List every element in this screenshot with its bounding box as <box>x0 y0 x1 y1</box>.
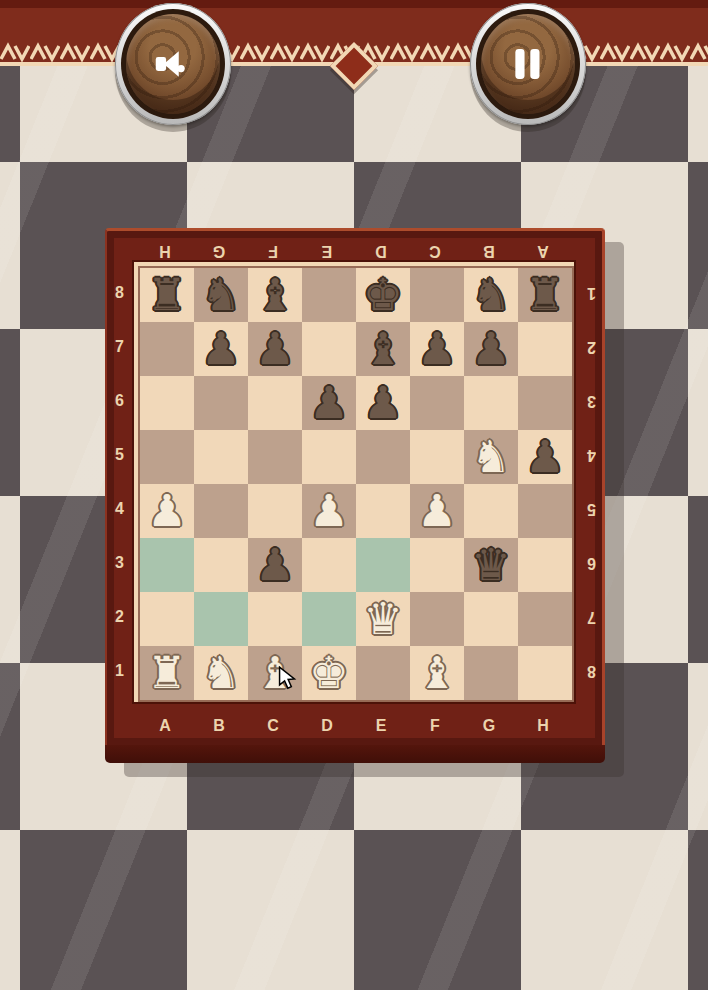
piece-black-pawn[interactable]: ♟ <box>518 430 572 484</box>
square-b6[interactable] <box>194 376 248 430</box>
piece-white-bishop[interactable]: ♝ <box>248 646 302 700</box>
square-f6[interactable] <box>410 376 464 430</box>
rank-label-right-6: 6 <box>578 536 605 590</box>
board-bottom-edge <box>105 745 605 763</box>
game-background: HGFEDCBA 87654321 12345678 ABCDEFGH ♜♞♝♚… <box>0 0 708 990</box>
file-label-bottom-G: G <box>462 717 516 735</box>
square-d2[interactable] <box>302 592 356 646</box>
piece-black-rook[interactable]: ♜ <box>140 268 194 322</box>
board-frame: HGFEDCBA 87654321 12345678 ABCDEFGH ♜♞♝♚… <box>105 228 605 745</box>
rank-label-right-4: 4 <box>578 428 605 482</box>
piece-black-pawn[interactable]: ♟ <box>356 376 410 430</box>
square-e2[interactable]: ♛ <box>356 592 410 646</box>
square-a8[interactable]: ♜ <box>140 268 194 322</box>
square-a6[interactable] <box>140 376 194 430</box>
rank-label-left-4: 4 <box>107 482 132 536</box>
piece-white-pawn[interactable]: ♟ <box>410 484 464 538</box>
square-d1[interactable]: ♚ <box>302 646 356 700</box>
square-b2[interactable] <box>194 592 248 646</box>
rank-label-left-2: 2 <box>107 590 132 644</box>
square-h6[interactable] <box>518 376 572 430</box>
speaker-icon <box>150 41 196 87</box>
piece-black-pawn[interactable]: ♟ <box>248 322 302 376</box>
rank-label-left-8: 8 <box>107 266 132 320</box>
piece-black-queen[interactable]: ♛ <box>464 538 518 592</box>
file-label-top-D: D <box>354 236 408 260</box>
square-b3[interactable] <box>194 538 248 592</box>
square-d4[interactable]: ♟ <box>302 484 356 538</box>
piece-black-king[interactable]: ♚ <box>356 268 410 322</box>
rank-label-right-3: 3 <box>578 374 605 428</box>
file-label-bottom-H: H <box>516 717 570 735</box>
square-d3[interactable] <box>302 538 356 592</box>
board-grid: ♜♞♝♚♞♜♟♟♝♟♟♟♟♞♟♟♟♟♟♛♛♜♞♝♚♝ <box>140 268 572 700</box>
piece-white-king[interactable]: ♚ <box>302 646 356 700</box>
file-label-top-G: G <box>192 236 246 260</box>
rank-label-left-3: 3 <box>107 536 132 590</box>
file-label-bottom-D: D <box>300 717 354 735</box>
square-c8[interactable]: ♝ <box>248 268 302 322</box>
square-e5[interactable] <box>356 430 410 484</box>
square-e4[interactable] <box>356 484 410 538</box>
square-g3[interactable]: ♛ <box>464 538 518 592</box>
file-label-bottom-E: E <box>354 717 408 735</box>
rank-labels-left: 87654321 <box>107 266 132 698</box>
square-f2[interactable] <box>410 592 464 646</box>
square-g5[interactable]: ♞ <box>464 430 518 484</box>
square-h5[interactable]: ♟ <box>518 430 572 484</box>
file-label-top-C: C <box>408 236 462 260</box>
square-g2[interactable] <box>464 592 518 646</box>
file-label-bottom-A: A <box>138 717 192 735</box>
file-label-top-F: F <box>246 236 300 260</box>
square-c4[interactable] <box>248 484 302 538</box>
square-f5[interactable] <box>410 430 464 484</box>
piece-black-knight[interactable]: ♞ <box>194 268 248 322</box>
square-a1[interactable]: ♜ <box>140 646 194 700</box>
square-g6[interactable] <box>464 376 518 430</box>
piece-white-pawn[interactable]: ♟ <box>140 484 194 538</box>
square-e3[interactable] <box>356 538 410 592</box>
square-e8[interactable]: ♚ <box>356 268 410 322</box>
rank-label-right-8: 8 <box>578 644 605 698</box>
square-d6[interactable]: ♟ <box>302 376 356 430</box>
file-label-top-A: A <box>516 236 570 260</box>
square-h4[interactable] <box>518 484 572 538</box>
piece-black-pawn[interactable]: ♟ <box>248 538 302 592</box>
square-c6[interactable] <box>248 376 302 430</box>
piece-black-bishop[interactable]: ♝ <box>356 322 410 376</box>
square-c1[interactable]: ♝ <box>248 646 302 700</box>
square-d8[interactable] <box>302 268 356 322</box>
square-d7[interactable] <box>302 322 356 376</box>
piece-white-knight[interactable]: ♞ <box>194 646 248 700</box>
square-a3[interactable] <box>140 538 194 592</box>
piece-white-rook[interactable]: ♜ <box>140 646 194 700</box>
file-labels-top: HGFEDCBA <box>138 236 570 260</box>
piece-black-pawn[interactable]: ♟ <box>464 322 518 376</box>
square-e7[interactable]: ♝ <box>356 322 410 376</box>
file-label-top-B: B <box>462 236 516 260</box>
square-g8[interactable]: ♞ <box>464 268 518 322</box>
square-c7[interactable]: ♟ <box>248 322 302 376</box>
piece-black-rook[interactable]: ♜ <box>518 268 572 322</box>
square-b7[interactable]: ♟ <box>194 322 248 376</box>
file-labels-bottom: ABCDEFGH <box>138 706 570 746</box>
file-label-bottom-F: F <box>408 717 462 735</box>
square-b4[interactable] <box>194 484 248 538</box>
square-g7[interactable]: ♟ <box>464 322 518 376</box>
square-h2[interactable] <box>518 592 572 646</box>
chess-board: HGFEDCBA 87654321 12345678 ABCDEFGH ♜♞♝♚… <box>105 228 605 763</box>
square-g1[interactable] <box>464 646 518 700</box>
square-a7[interactable] <box>140 322 194 376</box>
square-h3[interactable] <box>518 538 572 592</box>
square-b5[interactable] <box>194 430 248 484</box>
piece-black-pawn[interactable]: ♟ <box>302 376 356 430</box>
square-a4[interactable]: ♟ <box>140 484 194 538</box>
file-label-top-H: H <box>138 236 192 260</box>
board-inner-border: ♜♞♝♚♞♜♟♟♝♟♟♟♟♞♟♟♟♟♟♛♛♜♞♝♚♝ <box>132 260 576 704</box>
square-h8[interactable]: ♜ <box>518 268 572 322</box>
square-f4[interactable]: ♟ <box>410 484 464 538</box>
square-c5[interactable] <box>248 430 302 484</box>
rank-label-right-1: 1 <box>578 266 605 320</box>
file-label-bottom-B: B <box>192 717 246 735</box>
piece-white-pawn[interactable]: ♟ <box>302 484 356 538</box>
piece-white-queen[interactable]: ♛ <box>356 592 410 646</box>
square-f3[interactable] <box>410 538 464 592</box>
square-f1[interactable]: ♝ <box>410 646 464 700</box>
rank-label-left-5: 5 <box>107 428 132 482</box>
rank-label-right-7: 7 <box>578 590 605 644</box>
piece-black-pawn[interactable]: ♟ <box>194 322 248 376</box>
square-b8[interactable]: ♞ <box>194 268 248 322</box>
rank-label-right-2: 2 <box>578 320 605 374</box>
rank-labels-right: 12345678 <box>578 266 605 698</box>
sound-button[interactable] <box>115 3 231 125</box>
square-g4[interactable] <box>464 484 518 538</box>
square-h1[interactable] <box>518 646 572 700</box>
pause-icon <box>505 41 551 87</box>
square-f8[interactable] <box>410 268 464 322</box>
file-label-bottom-C: C <box>246 717 300 735</box>
rank-label-left-7: 7 <box>107 320 132 374</box>
square-e1[interactable] <box>356 646 410 700</box>
piece-black-bishop[interactable]: ♝ <box>248 268 302 322</box>
piece-white-bishop[interactable]: ♝ <box>410 646 464 700</box>
square-f7[interactable]: ♟ <box>410 322 464 376</box>
piece-black-knight[interactable]: ♞ <box>464 268 518 322</box>
square-b1[interactable]: ♞ <box>194 646 248 700</box>
square-a5[interactable] <box>140 430 194 484</box>
square-a2[interactable] <box>140 592 194 646</box>
piece-white-knight[interactable]: ♞ <box>464 430 518 484</box>
pause-button[interactable] <box>470 3 586 125</box>
rank-label-left-6: 6 <box>107 374 132 428</box>
piece-black-pawn[interactable]: ♟ <box>410 322 464 376</box>
square-h7[interactable] <box>518 322 572 376</box>
square-d5[interactable] <box>302 430 356 484</box>
rank-label-right-5: 5 <box>578 482 605 536</box>
square-c3[interactable]: ♟ <box>248 538 302 592</box>
square-c2[interactable] <box>248 592 302 646</box>
file-label-top-E: E <box>300 236 354 260</box>
rank-label-left-1: 1 <box>107 644 132 698</box>
square-e6[interactable]: ♟ <box>356 376 410 430</box>
